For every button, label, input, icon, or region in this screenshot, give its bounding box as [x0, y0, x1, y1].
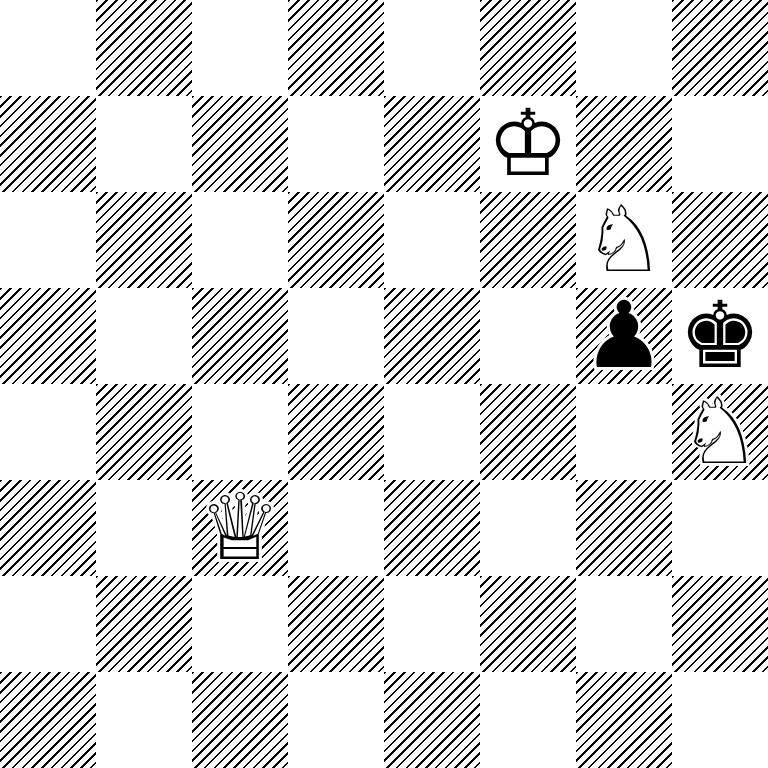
square-e8[interactable] [384, 0, 480, 96]
square-b7[interactable] [96, 96, 192, 192]
square-f2[interactable] [480, 576, 576, 672]
square-b1[interactable] [96, 672, 192, 768]
square-c6[interactable] [192, 192, 288, 288]
square-e1[interactable] [384, 672, 480, 768]
square-f1[interactable] [480, 672, 576, 768]
piece-black-king[interactable]: ♚♚ [672, 288, 768, 384]
square-a3[interactable] [0, 480, 96, 576]
piece-white-knight[interactable]: ♞♘ [576, 192, 672, 288]
square-c4[interactable] [192, 384, 288, 480]
square-f4[interactable] [480, 384, 576, 480]
square-g6[interactable]: ♞♘ [576, 192, 672, 288]
square-c5[interactable] [192, 288, 288, 384]
square-c2[interactable] [192, 576, 288, 672]
square-g7[interactable] [576, 96, 672, 192]
square-b5[interactable] [96, 288, 192, 384]
square-a4[interactable] [0, 384, 96, 480]
square-e3[interactable] [384, 480, 480, 576]
white-knight-icon: ♘ [576, 192, 672, 288]
piece-white-knight[interactable]: ♞♘ [672, 384, 768, 480]
square-e5[interactable] [384, 288, 480, 384]
square-g2[interactable] [576, 576, 672, 672]
square-d6[interactable] [288, 192, 384, 288]
square-a2[interactable] [0, 576, 96, 672]
square-h2[interactable] [672, 576, 768, 672]
square-g8[interactable] [576, 0, 672, 96]
white-queen-icon: ♕ [192, 480, 288, 576]
square-d3[interactable] [288, 480, 384, 576]
black-king-icon: ♚ [672, 288, 768, 384]
square-a1[interactable] [0, 672, 96, 768]
square-h5[interactable]: ♚♚ [672, 288, 768, 384]
square-a6[interactable] [0, 192, 96, 288]
square-b3[interactable] [96, 480, 192, 576]
square-f6[interactable] [480, 192, 576, 288]
square-h4[interactable]: ♞♘ [672, 384, 768, 480]
white-knight-icon: ♘ [672, 384, 768, 480]
square-g5[interactable]: ♟♟ [576, 288, 672, 384]
black-pawn-icon: ♟ [576, 288, 672, 384]
square-b2[interactable] [96, 576, 192, 672]
square-f7[interactable]: ♚♔ [480, 96, 576, 192]
square-g4[interactable] [576, 384, 672, 480]
piece-black-pawn[interactable]: ♟♟ [576, 288, 672, 384]
square-a8[interactable] [0, 0, 96, 96]
square-h1[interactable] [672, 672, 768, 768]
square-f5[interactable] [480, 288, 576, 384]
chessboard: ♚♔♞♘♟♟♚♚♞♘♛♕ [0, 0, 768, 768]
square-d2[interactable] [288, 576, 384, 672]
square-e6[interactable] [384, 192, 480, 288]
square-b6[interactable] [96, 192, 192, 288]
square-d8[interactable] [288, 0, 384, 96]
square-c8[interactable] [192, 0, 288, 96]
square-g1[interactable] [576, 672, 672, 768]
square-b8[interactable] [96, 0, 192, 96]
piece-white-queen[interactable]: ♛♕ [192, 480, 288, 576]
square-c1[interactable] [192, 672, 288, 768]
square-h7[interactable] [672, 96, 768, 192]
square-h8[interactable] [672, 0, 768, 96]
square-e4[interactable] [384, 384, 480, 480]
piece-white-king[interactable]: ♚♔ [480, 96, 576, 192]
square-c3[interactable]: ♛♕ [192, 480, 288, 576]
square-d4[interactable] [288, 384, 384, 480]
square-a7[interactable] [0, 96, 96, 192]
square-d5[interactable] [288, 288, 384, 384]
square-e2[interactable] [384, 576, 480, 672]
square-e7[interactable] [384, 96, 480, 192]
square-h3[interactable] [672, 480, 768, 576]
square-f3[interactable] [480, 480, 576, 576]
square-f8[interactable] [480, 0, 576, 96]
square-h6[interactable] [672, 192, 768, 288]
square-d7[interactable] [288, 96, 384, 192]
white-king-icon: ♔ [480, 96, 576, 192]
square-c7[interactable] [192, 96, 288, 192]
square-d1[interactable] [288, 672, 384, 768]
square-b4[interactable] [96, 384, 192, 480]
square-g3[interactable] [576, 480, 672, 576]
square-a5[interactable] [0, 288, 96, 384]
